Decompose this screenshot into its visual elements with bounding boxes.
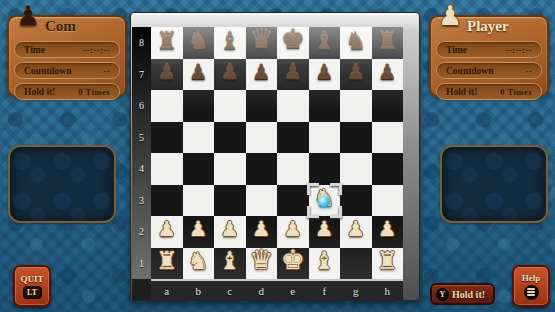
square-h8[interactable]: ♜	[372, 27, 404, 59]
player-holdit-label: Hold it!	[446, 87, 477, 97]
square-d6[interactable]	[246, 90, 278, 122]
com-holdit-row: Hold it! 0 Times	[14, 83, 120, 100]
square-e1[interactable]: ♚	[277, 248, 309, 280]
player-panel-header: ♟ Player	[431, 17, 547, 40]
white-rook[interactable]: ♜	[376, 249, 398, 273]
square-g7[interactable]: ♟	[340, 59, 372, 91]
white-knight[interactable]: ♞	[187, 249, 209, 273]
black-bishop[interactable]: ♝	[313, 29, 335, 53]
square-h5[interactable]	[372, 122, 404, 154]
black-pawn[interactable]: ♟	[252, 62, 271, 83]
rank-label-3: 3	[132, 185, 151, 217]
rank-labels: 87654321	[132, 27, 151, 279]
square-a4[interactable]	[151, 153, 183, 185]
black-queen[interactable]: ♛	[249, 26, 273, 53]
square-h4[interactable]	[372, 153, 404, 185]
square-f2[interactable]: ♟	[309, 216, 341, 248]
square-g3[interactable]	[340, 185, 372, 217]
white-pawn[interactable]: ♟	[157, 219, 176, 240]
player-countdown-value: --	[525, 66, 532, 76]
player-holdit-row: Hold it! 0 Times	[436, 83, 542, 100]
square-c7[interactable]: ♟	[214, 59, 246, 91]
board-squares: ♜♞♝♛♚♝♞♜♟♟♟♟♟♟♟♟♞♟♟♟♟♟♟♟♟♜♞♝♛♚♝♜	[151, 27, 403, 279]
white-pawn[interactable]: ♟	[220, 219, 239, 240]
com-holdit-label: Hold it!	[24, 87, 55, 97]
square-e7[interactable]: ♟	[277, 59, 309, 91]
square-d5[interactable]	[246, 122, 278, 154]
black-pawn[interactable]: ♟	[378, 62, 397, 83]
game-screen: ♟ Com Time --:--:-- Countdown -- Hold it…	[0, 0, 555, 312]
square-e8[interactable]: ♚	[277, 27, 309, 59]
black-pawn[interactable]: ♟	[220, 62, 239, 83]
white-pawn[interactable]: ♟	[378, 219, 397, 240]
square-a8[interactable]: ♜	[151, 27, 183, 59]
square-a3[interactable]	[151, 185, 183, 217]
square-c8[interactable]: ♝	[214, 27, 246, 59]
com-holdit-value: 0 Times	[78, 87, 110, 97]
square-f1[interactable]: ♝	[309, 248, 341, 280]
square-h2[interactable]: ♟	[372, 216, 404, 248]
square-e4[interactable]	[277, 153, 309, 185]
white-rook[interactable]: ♜	[156, 249, 178, 273]
com-title: Com	[45, 18, 76, 35]
quit-label: QUIT	[20, 274, 43, 284]
square-c4[interactable]	[214, 153, 246, 185]
white-pawn[interactable]: ♟	[189, 219, 208, 240]
square-f3[interactable]: ♞	[309, 185, 341, 217]
file-label-h: h	[372, 281, 404, 300]
player-time-value: --:--:--	[505, 45, 532, 55]
square-c3[interactable]	[214, 185, 246, 217]
com-panel-header: ♟ Com	[9, 17, 125, 40]
white-pawn-icon: ♟	[438, 3, 462, 30]
player-panel: ♟ Player Time --:--:-- Countdown -- Hold…	[429, 15, 549, 97]
square-d2[interactable]: ♟	[246, 216, 278, 248]
quit-button[interactable]: QUIT LT	[13, 265, 51, 307]
com-countdown-value: --	[103, 66, 110, 76]
black-king[interactable]: ♚	[281, 26, 305, 53]
square-a1[interactable]: ♜	[151, 248, 183, 280]
rank-label-7: 7	[132, 59, 151, 91]
square-d1[interactable]: ♛	[246, 248, 278, 280]
file-label-a: a	[151, 281, 183, 300]
white-bishop[interactable]: ♝	[219, 249, 241, 273]
player-countdown-row: Countdown --	[436, 62, 542, 79]
square-a5[interactable]	[151, 122, 183, 154]
square-b1[interactable]: ♞	[183, 248, 215, 280]
square-e5[interactable]	[277, 122, 309, 154]
file-label-d: d	[246, 281, 278, 300]
black-pawn[interactable]: ♟	[189, 62, 208, 83]
square-f5[interactable]	[309, 122, 341, 154]
white-knight[interactable]: ♞	[313, 186, 335, 210]
white-pawn[interactable]: ♟	[346, 219, 365, 240]
white-pawn[interactable]: ♟	[252, 219, 271, 240]
menu-key-icon[interactable]	[524, 285, 539, 300]
square-b5[interactable]	[183, 122, 215, 154]
file-labels: abcdefgh	[151, 279, 403, 300]
square-a6[interactable]	[151, 90, 183, 122]
square-f7[interactable]: ♟	[309, 59, 341, 91]
board-corner	[132, 279, 151, 300]
square-a7[interactable]: ♟	[151, 59, 183, 91]
square-h3[interactable]	[372, 185, 404, 217]
rank-label-8: 8	[132, 27, 151, 59]
white-pawn[interactable]: ♟	[283, 219, 302, 240]
square-b8[interactable]: ♞	[183, 27, 215, 59]
square-h1[interactable]: ♜	[372, 248, 404, 280]
square-g1[interactable]	[340, 248, 372, 280]
black-pawn[interactable]: ♟	[157, 62, 176, 83]
player-countdown-label: Countdown	[446, 66, 494, 76]
com-countdown-row: Countdown --	[14, 62, 120, 79]
com-time-label: Time	[24, 45, 45, 55]
file-label-b: b	[183, 281, 215, 300]
black-knight[interactable]: ♞	[187, 29, 209, 53]
com-time-row: Time --:--:--	[14, 41, 120, 58]
square-g4[interactable]	[340, 153, 372, 185]
chess-board: 87654321 abcdefgh ♜♞♝♛♚♝♞♜♟♟♟♟♟♟♟♟♞♟♟♟♟♟…	[130, 12, 420, 301]
square-a2[interactable]: ♟	[151, 216, 183, 248]
help-button[interactable]: Help	[512, 265, 550, 307]
square-b2[interactable]: ♟	[183, 216, 215, 248]
black-rook[interactable]: ♜	[156, 29, 178, 53]
white-bishop[interactable]: ♝	[313, 249, 335, 273]
rank-label-6: 6	[132, 90, 151, 122]
square-f6[interactable]	[309, 90, 341, 122]
square-e3[interactable]	[277, 185, 309, 217]
square-f4[interactable]	[309, 153, 341, 185]
file-label-g: g	[340, 281, 372, 300]
player-time-row: Time --:--:--	[436, 41, 542, 58]
lt-key-icon[interactable]: LT	[23, 286, 42, 299]
square-d8[interactable]: ♛	[246, 27, 278, 59]
rank-label-2: 2	[132, 216, 151, 248]
square-e6[interactable]	[277, 90, 309, 122]
help-label: Help	[522, 273, 541, 283]
square-g2[interactable]: ♟	[340, 216, 372, 248]
square-d4[interactable]	[246, 153, 278, 185]
square-c5[interactable]	[214, 122, 246, 154]
hold-it-label: Hold it!	[452, 289, 485, 300]
white-queen[interactable]: ♛	[249, 247, 273, 274]
square-b6[interactable]	[183, 90, 215, 122]
rank-label-5: 5	[132, 122, 151, 154]
com-time-value: --:--:--	[83, 45, 110, 55]
square-h6[interactable]	[372, 90, 404, 122]
black-rook[interactable]: ♜	[376, 29, 398, 53]
player-time-label: Time	[446, 45, 467, 55]
square-b3[interactable]	[183, 185, 215, 217]
black-pawn-icon: ♟	[16, 3, 40, 30]
file-label-e: e	[277, 281, 309, 300]
square-g8[interactable]: ♞	[340, 27, 372, 59]
hold-it-button[interactable]: Y Hold it!	[430, 283, 495, 305]
player-title: Player	[467, 18, 509, 35]
square-g6[interactable]	[340, 90, 372, 122]
square-c2[interactable]: ♟	[214, 216, 246, 248]
square-h7[interactable]: ♟	[372, 59, 404, 91]
file-label-c: c	[214, 281, 246, 300]
white-king[interactable]: ♚	[281, 247, 305, 274]
rank-label-4: 4	[132, 153, 151, 185]
black-bishop[interactable]: ♝	[219, 29, 241, 53]
y-key-icon: Y	[436, 288, 449, 301]
file-label-f: f	[309, 281, 341, 300]
square-e2[interactable]: ♟	[277, 216, 309, 248]
square-c1[interactable]: ♝	[214, 248, 246, 280]
rank-label-1: 1	[132, 248, 151, 280]
square-b4[interactable]	[183, 153, 215, 185]
square-b7[interactable]: ♟	[183, 59, 215, 91]
white-pawn[interactable]: ♟	[315, 219, 334, 240]
square-g5[interactable]	[340, 122, 372, 154]
square-c6[interactable]	[214, 90, 246, 122]
black-pawn[interactable]: ♟	[283, 62, 302, 83]
black-pawn[interactable]: ♟	[346, 62, 365, 83]
square-d7[interactable]: ♟	[246, 59, 278, 91]
com-panel: ♟ Com Time --:--:-- Countdown -- Hold it…	[7, 15, 127, 97]
com-countdown-label: Countdown	[24, 66, 72, 76]
black-pawn[interactable]: ♟	[315, 62, 334, 83]
com-captured-tray	[8, 145, 116, 223]
black-knight[interactable]: ♞	[345, 29, 367, 53]
square-f8[interactable]: ♝	[309, 27, 341, 59]
player-captured-tray	[440, 145, 548, 223]
square-d3[interactable]	[246, 185, 278, 217]
player-holdit-value: 0 Times	[500, 87, 532, 97]
